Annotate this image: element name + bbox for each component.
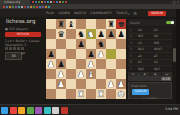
captured-pieces-tray (5, 47, 24, 50)
players-online-stat[interactable]: ● 523 players (5, 27, 28, 31)
bookmark-favicon[interactable] (3, 6, 5, 8)
tray-clock: 5:04 PM (165, 107, 178, 111)
square-e4[interactable]: ♟ (86, 59, 96, 69)
bookmark-favicon[interactable] (27, 6, 29, 8)
browser-tab-favicon[interactable] (50, 1, 52, 3)
square-g4[interactable] (106, 59, 116, 69)
search-icon[interactable]: ⌕ (128, 11, 130, 16)
move-nav-buttons: ⏮◀▶⏭ (128, 72, 172, 76)
square-g5[interactable] (106, 49, 116, 59)
square-d5[interactable] (76, 49, 86, 59)
square-h7[interactable]: ♟ (116, 29, 126, 39)
black-pawn-e5: ♟ (86, 49, 96, 59)
square-e5[interactable]: ♟ (86, 49, 96, 59)
square-c8[interactable]: ♝ (66, 19, 76, 29)
square-e2[interactable] (86, 79, 96, 89)
taskbar-app-icon[interactable] (61, 107, 68, 114)
panel-header: Sound (128, 19, 176, 26)
square-d3[interactable]: ♟ (76, 69, 86, 79)
square-e7[interactable]: ♞ (86, 29, 96, 39)
taskbar-icons (1, 107, 68, 114)
black-rook-b8: ♜ (56, 19, 66, 29)
browser-tab-favicon[interactable] (32, 1, 34, 3)
black-pawn-f7: ♟ (96, 29, 106, 39)
gear-icon[interactable]: ⚙ (133, 11, 137, 16)
black-bishop-c8: ♝ (66, 19, 76, 29)
lichess-logo[interactable]: lichess.org (6, 18, 35, 24)
square-e8[interactable] (86, 19, 96, 29)
next-move-button[interactable]: ▶ (151, 72, 161, 76)
white-pawn-b3: ♟ (56, 69, 66, 79)
bookmark-favicon[interactable] (6, 6, 8, 8)
spinner-arrows[interactable]: ▲▼ (21, 52, 25, 55)
square-a1[interactable] (46, 89, 56, 99)
black-pawn-g7: ♟ (106, 29, 116, 39)
black-pawn-d6: ♟ (76, 39, 86, 49)
square-c3[interactable] (66, 69, 76, 79)
prev-move-button[interactable]: ◀ (139, 72, 149, 76)
square-f8[interactable] (96, 19, 106, 29)
square-b3[interactable]: ♟ (56, 69, 66, 79)
nav-item-watch[interactable]: WATCH (74, 11, 86, 15)
square-h3[interactable] (116, 69, 126, 79)
square-b7[interactable]: ♛ (56, 29, 66, 39)
square-g8[interactable]: ♜ (106, 19, 116, 29)
square-g2[interactable]: ♟ (106, 79, 116, 89)
bookmark-favicon[interactable] (45, 6, 47, 8)
nav-item-play[interactable]: PLAY (46, 11, 54, 15)
square-e1[interactable] (86, 89, 96, 99)
black-king-h8: ♚ (116, 19, 126, 29)
header-icons: ⌕⚙ (128, 11, 137, 16)
square-a6[interactable] (46, 39, 56, 49)
chat-room-label: Chat room (131, 84, 147, 88)
chat-signin-button[interactable]: SIGN IN (132, 89, 149, 95)
square-b1[interactable] (56, 89, 66, 99)
black-rook-g8: ♜ (106, 19, 116, 29)
first-move-button[interactable]: ⏮ (128, 72, 138, 76)
bookmark-favicon[interactable] (12, 6, 14, 8)
start-button[interactable] (1, 107, 8, 114)
square-d8[interactable] (76, 19, 86, 29)
square-g6[interactable] (106, 39, 116, 49)
screen: lichess.org –□× PLAYLEARNWATCHCOMMUNITYT… (0, 0, 180, 115)
white-pawn-f5: ♟ (96, 49, 106, 59)
square-a4[interactable]: ♟ (46, 59, 56, 69)
white-rook-d1: ♜ (76, 89, 86, 99)
browser-tab-favicon[interactable] (38, 1, 40, 3)
player-clock: 0:15 (161, 77, 171, 81)
taskbar-app-icon[interactable] (27, 107, 34, 114)
white-knight-e7: ♞ (86, 29, 96, 39)
taskbar-app-icon[interactable] (10, 107, 17, 114)
square-a3[interactable] (46, 69, 56, 79)
white-pawn-g2: ♟ (106, 79, 116, 89)
square-h6[interactable] (116, 39, 126, 49)
square-f3[interactable] (96, 69, 106, 79)
browser-tab-favicon[interactable] (44, 1, 46, 3)
square-d1[interactable]: ♜ (76, 89, 86, 99)
square-f4[interactable] (96, 59, 106, 69)
square-f5[interactable]: ♟ (96, 49, 106, 59)
nav-item-community[interactable]: COMMUNITY (90, 11, 112, 15)
square-g3[interactable] (106, 69, 116, 79)
browser-tab-favicon[interactable] (47, 1, 49, 3)
bookmark-favicon[interactable] (18, 6, 20, 8)
square-b6[interactable] (56, 39, 66, 49)
white-king-h1: ♚ (116, 89, 126, 99)
browser-tab-favicon[interactable] (35, 1, 37, 3)
time-spinner-value[interactable]: 30 (5, 52, 22, 60)
square-b5[interactable] (56, 49, 66, 59)
browser-tab-favicon[interactable] (65, 1, 67, 3)
bookmark-favicon[interactable] (15, 6, 17, 8)
header-signin-button[interactable]: SIGN IN (148, 11, 166, 16)
square-d4[interactable] (76, 59, 86, 69)
white-pawn-d3: ♟ (76, 69, 86, 79)
system-tray[interactable]: 5:04 PM (165, 107, 178, 111)
panel-header-label: Sound (130, 21, 139, 25)
sound-toggle[interactable] (166, 21, 174, 25)
white-rook-f1: ♜ (96, 89, 106, 99)
browser-tab-favicon[interactable] (41, 1, 43, 3)
square-c7[interactable] (66, 29, 76, 39)
square-d2[interactable] (76, 79, 86, 89)
black-queen-b7: ♛ (56, 29, 66, 39)
taskbar-app-icon[interactable] (44, 107, 51, 114)
bookmark-favicon[interactable] (39, 6, 41, 8)
resign-button[interactable]: RESIGN (5, 32, 41, 37)
square-h5[interactable] (116, 49, 126, 59)
square-e6[interactable] (86, 39, 96, 49)
square-c4[interactable] (66, 59, 76, 69)
taskbar-app-icon[interactable] (18, 107, 25, 114)
white-pawn-h2: ♟ (116, 79, 126, 89)
square-h8[interactable]: ♚ (116, 19, 126, 29)
square-f1[interactable]: ♜ (96, 89, 106, 99)
square-e3[interactable]: ♝ (86, 69, 96, 79)
chat-box: Chat room SIGN IN or register (128, 82, 172, 99)
chess-board: ♜♝♜♚♛♞♞♟♟♟♟♞♟♟♟♟♟♟♟♟♝♟♟♟♜♜♚ (46, 19, 126, 99)
white-bishop-e3: ♝ (86, 69, 96, 79)
square-b4[interactable]: ♟ (56, 59, 66, 69)
square-c2[interactable] (66, 79, 76, 89)
last-move-button[interactable]: ⏭ (162, 72, 172, 76)
square-c1[interactable] (66, 89, 76, 99)
white-pawn-e4: ♟ (86, 59, 96, 69)
bookmark-favicon[interactable] (30, 6, 32, 8)
white-pawn-b2: ♟ (56, 79, 66, 89)
browser-tab-favicon[interactable] (53, 1, 55, 3)
bookmark-favicon[interactable] (48, 6, 50, 8)
black-pawn-a5: ♟ (46, 49, 56, 59)
square-c6[interactable] (66, 39, 76, 49)
bookmark-favicon[interactable] (42, 6, 44, 8)
browser-tab-favicon[interactable] (56, 1, 58, 3)
bookmark-favicon[interactable] (9, 6, 11, 8)
bookmark-favicon[interactable] (24, 6, 26, 8)
square-a5[interactable]: ♟ (46, 49, 56, 59)
tab-favicons (32, 1, 68, 3)
taskbar-app-icon[interactable] (35, 107, 42, 114)
black-pawn-h7: ♟ (116, 29, 126, 39)
browser-tab-favicon[interactable] (59, 1, 61, 3)
clock-row: 0:15 (128, 76, 172, 81)
black-pawn-b4: ♟ (56, 59, 66, 69)
windows-taskbar: 5:04 PM (0, 104, 180, 115)
square-a7[interactable] (46, 29, 56, 39)
square-g1[interactable] (106, 89, 116, 99)
square-h4[interactable] (116, 59, 126, 69)
square-c5[interactable] (66, 49, 76, 59)
white-pawn-a4: ♟ (46, 59, 56, 69)
square-b8[interactable]: ♜ (56, 19, 66, 29)
black-knight-f6: ♞ (96, 39, 106, 49)
square-a8[interactable] (46, 19, 56, 29)
square-f6[interactable]: ♞ (96, 39, 106, 49)
move-list: 1.e4e52.Nf3d63.d3Nf64.Be3Nbd75.a4a56.b3b… (128, 27, 172, 71)
square-b2[interactable]: ♟ (56, 79, 66, 89)
bookmark-favicon[interactable] (21, 6, 23, 8)
black-knight-d7: ♞ (76, 29, 86, 39)
square-h1[interactable]: ♚ (116, 89, 126, 99)
square-d6[interactable]: ♟ (76, 39, 86, 49)
nav-item-learn[interactable]: LEARN (58, 11, 70, 15)
square-a2[interactable] (46, 79, 56, 89)
register-link[interactable]: or register (129, 96, 171, 100)
taskbar-app-icon[interactable] (52, 107, 59, 114)
square-g7[interactable]: ♟ (106, 29, 116, 39)
square-f2[interactable] (96, 79, 106, 89)
square-d7[interactable]: ♞ (76, 29, 86, 39)
bookmark-favicon[interactable] (36, 6, 38, 8)
bookmark-favicon[interactable] (33, 6, 35, 8)
browser-tab-favicon[interactable] (62, 1, 64, 3)
site-nav: PLAYLEARNWATCHCOMMUNITYTOOLS (46, 11, 128, 15)
nav-item-tools[interactable]: TOOLS (116, 11, 128, 15)
page-scrollbar-track[interactable] (176, 9, 180, 104)
square-f7[interactable]: ♟ (96, 29, 106, 39)
square-h2[interactable]: ♟ (116, 79, 126, 89)
